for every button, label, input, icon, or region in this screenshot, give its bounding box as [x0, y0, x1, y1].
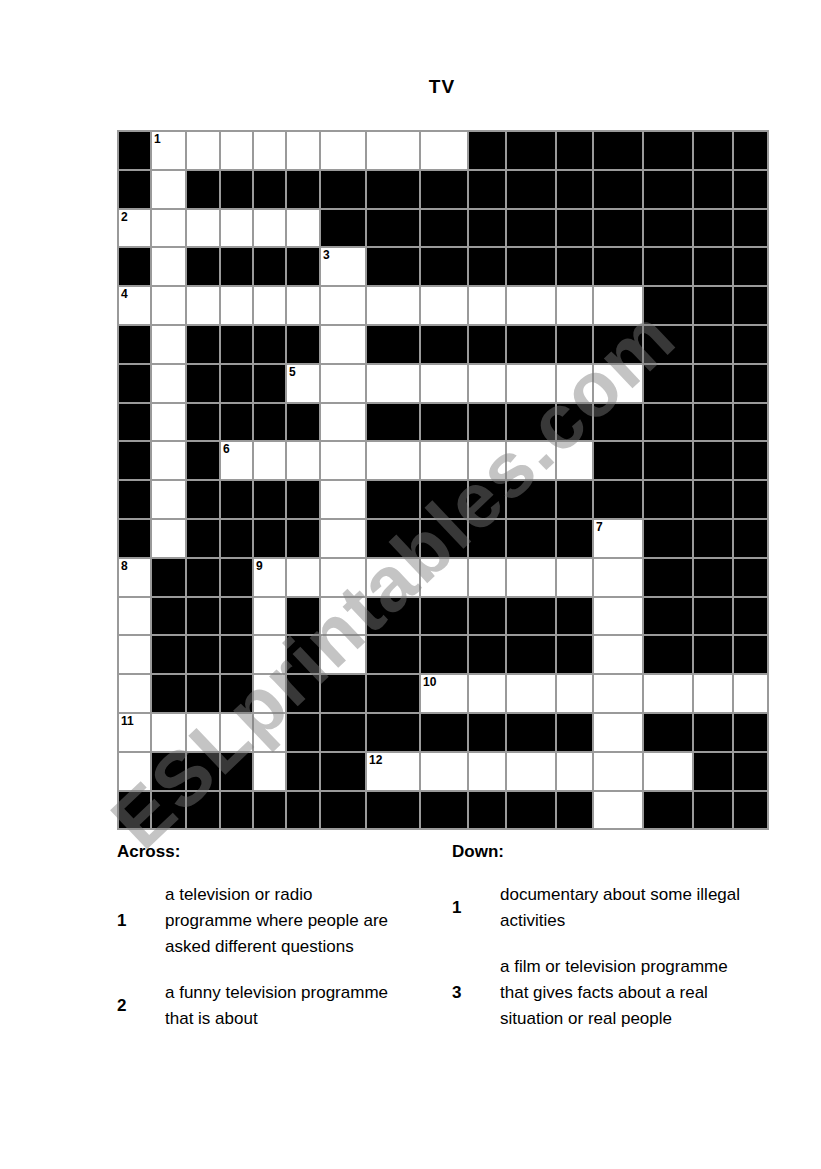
clue-number: 8	[121, 559, 128, 573]
black-cell	[287, 520, 319, 557]
puzzle-title: TV	[117, 76, 767, 98]
white-cell[interactable]	[594, 365, 642, 402]
black-cell	[152, 675, 185, 712]
white-cell[interactable]	[321, 442, 365, 479]
black-cell	[187, 559, 219, 596]
white-cell[interactable]	[152, 287, 185, 324]
black-cell	[694, 132, 732, 169]
clue-number: 3	[323, 248, 330, 262]
clue-number: 11	[121, 714, 134, 728]
white-cell[interactable]	[254, 675, 285, 712]
white-cell[interactable]: 9	[254, 559, 285, 596]
white-cell[interactable]	[254, 132, 285, 169]
black-cell	[421, 598, 467, 635]
black-cell	[119, 248, 150, 285]
black-cell	[187, 598, 219, 635]
black-cell	[254, 481, 285, 518]
black-cell	[221, 404, 252, 441]
clue-number: 12	[369, 753, 382, 767]
black-cell	[557, 598, 592, 635]
black-cell	[152, 753, 185, 790]
black-cell	[221, 559, 252, 596]
black-cell	[644, 132, 692, 169]
black-cell	[507, 210, 555, 247]
black-cell	[187, 753, 219, 790]
white-cell[interactable]	[287, 287, 319, 324]
black-cell	[734, 326, 767, 363]
black-cell	[221, 753, 252, 790]
white-cell[interactable]	[321, 326, 365, 363]
black-cell	[287, 598, 319, 635]
white-cell[interactable]: 4	[119, 287, 150, 324]
white-cell[interactable]	[152, 326, 185, 363]
white-cell[interactable]	[367, 365, 419, 402]
black-cell	[507, 171, 555, 208]
black-cell	[119, 442, 150, 479]
white-cell[interactable]: 7	[594, 520, 642, 557]
black-cell	[734, 210, 767, 247]
black-cell	[507, 714, 555, 751]
black-cell	[254, 326, 285, 363]
white-cell[interactable]	[187, 714, 219, 751]
black-cell	[694, 248, 732, 285]
white-cell[interactable]	[287, 442, 319, 479]
white-cell[interactable]	[694, 675, 732, 712]
black-cell	[367, 481, 419, 518]
white-cell[interactable]	[321, 481, 365, 518]
black-cell	[421, 404, 467, 441]
black-cell	[287, 481, 319, 518]
white-cell[interactable]	[287, 559, 319, 596]
white-cell[interactable]	[221, 132, 252, 169]
white-cell[interactable]: 5	[287, 365, 319, 402]
white-cell[interactable]	[254, 287, 285, 324]
white-cell[interactable]	[557, 753, 592, 790]
white-cell[interactable]	[254, 714, 285, 751]
clue-row: 2a funny television programme that is ab…	[117, 980, 437, 1032]
white-cell[interactable]	[557, 442, 592, 479]
white-cell[interactable]	[469, 753, 505, 790]
white-cell[interactable]	[469, 287, 505, 324]
white-cell[interactable]	[152, 442, 185, 479]
black-cell	[469, 714, 505, 751]
white-cell[interactable]: 10	[421, 675, 467, 712]
white-cell[interactable]	[507, 365, 555, 402]
black-cell	[694, 559, 732, 596]
black-cell	[507, 481, 555, 518]
white-cell[interactable]	[594, 675, 642, 712]
white-cell[interactable]: 1	[152, 132, 185, 169]
white-cell[interactable]	[469, 559, 505, 596]
black-cell	[594, 248, 642, 285]
black-cell	[469, 481, 505, 518]
black-cell	[287, 404, 319, 441]
white-cell[interactable]: 11	[119, 714, 150, 751]
black-cell	[221, 598, 252, 635]
white-cell[interactable]	[287, 132, 319, 169]
black-cell	[694, 792, 732, 829]
white-cell[interactable]	[421, 365, 467, 402]
black-cell	[152, 559, 185, 596]
black-cell	[644, 365, 692, 402]
black-cell	[221, 365, 252, 402]
black-cell	[421, 792, 467, 829]
black-cell	[187, 442, 219, 479]
black-cell	[694, 171, 732, 208]
black-cell	[507, 520, 555, 557]
black-cell	[119, 481, 150, 518]
white-cell[interactable]	[421, 287, 467, 324]
black-cell	[287, 792, 319, 829]
black-cell	[287, 714, 319, 751]
black-cell	[594, 442, 642, 479]
black-cell	[734, 792, 767, 829]
black-cell	[469, 248, 505, 285]
white-cell[interactable]	[469, 675, 505, 712]
down-clues-section: Down: 1documentary about some illegal ac…	[452, 842, 772, 1052]
black-cell	[367, 404, 419, 441]
black-cell	[321, 210, 365, 247]
black-cell	[187, 248, 219, 285]
black-cell	[119, 792, 150, 829]
black-cell	[734, 404, 767, 441]
white-cell[interactable]	[421, 132, 467, 169]
black-cell	[644, 636, 692, 673]
black-cell	[594, 404, 642, 441]
white-cell[interactable]	[469, 365, 505, 402]
white-cell[interactable]	[557, 559, 592, 596]
black-cell	[557, 481, 592, 518]
black-cell	[469, 210, 505, 247]
black-cell	[221, 792, 252, 829]
black-cell	[321, 753, 365, 790]
black-cell	[644, 520, 692, 557]
black-cell	[187, 171, 219, 208]
white-cell[interactable]	[557, 287, 592, 324]
black-cell	[254, 520, 285, 557]
black-cell	[321, 171, 365, 208]
black-cell	[421, 326, 467, 363]
black-cell	[152, 598, 185, 635]
black-cell	[644, 481, 692, 518]
clue-text: a funny television programme that is abo…	[165, 980, 397, 1032]
across-header: Across:	[117, 842, 437, 862]
black-cell	[421, 171, 467, 208]
white-cell[interactable]	[594, 559, 642, 596]
black-cell	[469, 792, 505, 829]
white-cell[interactable]	[594, 287, 642, 324]
white-cell[interactable]	[321, 287, 365, 324]
white-cell[interactable]	[321, 559, 365, 596]
black-cell	[221, 636, 252, 673]
black-cell	[644, 404, 692, 441]
black-cell	[221, 520, 252, 557]
white-cell[interactable]	[321, 520, 365, 557]
white-cell[interactable]	[421, 442, 467, 479]
black-cell	[694, 442, 732, 479]
white-cell[interactable]: 3	[321, 248, 365, 285]
clue-row: 1a television or radio programme where p…	[117, 882, 437, 960]
black-cell	[469, 520, 505, 557]
black-cell	[644, 171, 692, 208]
black-cell	[119, 132, 150, 169]
black-cell	[367, 248, 419, 285]
black-cell	[507, 132, 555, 169]
black-cell	[557, 714, 592, 751]
white-cell[interactable]	[221, 287, 252, 324]
clue-number: 4	[121, 287, 128, 301]
clue-number: 5	[289, 365, 296, 379]
black-cell	[734, 520, 767, 557]
black-cell	[119, 365, 150, 402]
white-cell[interactable]	[152, 248, 185, 285]
black-cell	[367, 520, 419, 557]
white-cell[interactable]	[367, 132, 419, 169]
black-cell	[187, 675, 219, 712]
black-cell	[287, 248, 319, 285]
black-cell	[119, 404, 150, 441]
black-cell	[254, 248, 285, 285]
black-cell	[254, 792, 285, 829]
black-cell	[644, 714, 692, 751]
white-cell[interactable]	[321, 598, 365, 635]
white-cell[interactable]	[152, 714, 185, 751]
white-cell[interactable]	[594, 792, 642, 829]
white-cell[interactable]	[507, 559, 555, 596]
black-cell	[187, 481, 219, 518]
white-cell[interactable]	[152, 210, 185, 247]
white-cell[interactable]	[507, 675, 555, 712]
white-cell[interactable]	[321, 132, 365, 169]
black-cell	[644, 326, 692, 363]
black-cell	[694, 753, 732, 790]
black-cell	[507, 792, 555, 829]
white-cell[interactable]	[469, 442, 505, 479]
black-cell	[594, 210, 642, 247]
black-cell	[367, 598, 419, 635]
white-cell[interactable]	[119, 675, 150, 712]
black-cell	[152, 636, 185, 673]
white-cell[interactable]	[254, 210, 285, 247]
white-cell[interactable]	[254, 442, 285, 479]
down-clues-list: 1documentary about some illegal activiti…	[452, 882, 772, 1032]
clue-text: documentary about some illegal activitie…	[500, 882, 752, 934]
white-cell[interactable]	[152, 171, 185, 208]
black-cell	[734, 248, 767, 285]
black-cell	[594, 132, 642, 169]
black-cell	[644, 442, 692, 479]
white-cell[interactable]	[594, 753, 642, 790]
black-cell	[119, 520, 150, 557]
black-cell	[367, 210, 419, 247]
white-cell[interactable]	[321, 404, 365, 441]
white-cell[interactable]	[254, 598, 285, 635]
black-cell	[469, 636, 505, 673]
white-cell[interactable]	[367, 559, 419, 596]
down-header: Down:	[452, 842, 772, 862]
black-cell	[507, 598, 555, 635]
black-cell	[594, 326, 642, 363]
black-cell	[694, 481, 732, 518]
white-cell[interactable]	[152, 520, 185, 557]
black-cell	[421, 636, 467, 673]
white-cell[interactable]	[152, 481, 185, 518]
black-cell	[557, 132, 592, 169]
black-cell	[321, 714, 365, 751]
black-cell	[694, 636, 732, 673]
white-cell[interactable]	[321, 636, 365, 673]
white-cell[interactable]	[152, 404, 185, 441]
white-cell[interactable]	[254, 636, 285, 673]
black-cell	[469, 171, 505, 208]
clue-text: a television or radio programme where pe…	[165, 882, 397, 960]
across-clues-section: Across: 1a television or radio programme…	[117, 842, 437, 1052]
white-cell[interactable]	[557, 675, 592, 712]
black-cell	[734, 287, 767, 324]
black-cell	[557, 171, 592, 208]
black-cell	[367, 714, 419, 751]
black-cell	[694, 520, 732, 557]
white-cell[interactable]	[367, 287, 419, 324]
black-cell	[469, 132, 505, 169]
clue-row: 1documentary about some illegal activiti…	[452, 882, 772, 934]
black-cell	[367, 792, 419, 829]
black-cell	[221, 248, 252, 285]
black-cell	[367, 171, 419, 208]
black-cell	[187, 636, 219, 673]
white-cell[interactable]	[187, 287, 219, 324]
black-cell	[254, 404, 285, 441]
white-cell[interactable]	[321, 365, 365, 402]
black-cell	[321, 792, 365, 829]
clue-list-number: 1	[452, 898, 500, 918]
white-cell[interactable]	[119, 753, 150, 790]
black-cell	[734, 132, 767, 169]
black-cell	[734, 365, 767, 402]
white-cell[interactable]: 8	[119, 559, 150, 596]
black-cell	[221, 481, 252, 518]
black-cell	[557, 248, 592, 285]
black-cell	[694, 287, 732, 324]
black-cell	[557, 210, 592, 247]
black-cell	[187, 792, 219, 829]
black-cell	[421, 210, 467, 247]
white-cell[interactable]	[187, 210, 219, 247]
black-cell	[287, 326, 319, 363]
black-cell	[644, 598, 692, 635]
black-cell	[557, 404, 592, 441]
black-cell	[694, 598, 732, 635]
black-cell	[221, 675, 252, 712]
white-cell[interactable]	[557, 365, 592, 402]
white-cell[interactable]	[119, 598, 150, 635]
white-cell[interactable]	[152, 365, 185, 402]
clue-list-number: 3	[452, 983, 500, 1003]
clue-number: 2	[121, 210, 128, 224]
black-cell	[221, 326, 252, 363]
black-cell	[644, 287, 692, 324]
black-cell	[254, 171, 285, 208]
black-cell	[557, 326, 592, 363]
clue-list-number: 2	[117, 996, 165, 1016]
white-cell[interactable]	[187, 132, 219, 169]
black-cell	[644, 559, 692, 596]
white-cell[interactable]	[507, 753, 555, 790]
black-cell	[187, 365, 219, 402]
black-cell	[694, 404, 732, 441]
white-cell[interactable]	[507, 442, 555, 479]
black-cell	[469, 326, 505, 363]
clue-number: 1	[154, 132, 161, 146]
black-cell	[187, 326, 219, 363]
black-cell	[119, 326, 150, 363]
black-cell	[557, 636, 592, 673]
white-cell[interactable]	[644, 753, 692, 790]
black-cell	[594, 481, 642, 518]
worksheet-page: TV 123456789101112 ESLprintables.com Acr…	[0, 0, 821, 1169]
black-cell	[287, 675, 319, 712]
white-cell[interactable]	[254, 753, 285, 790]
black-cell	[187, 520, 219, 557]
black-cell	[507, 636, 555, 673]
black-cell	[694, 365, 732, 402]
white-cell[interactable]	[594, 598, 642, 635]
black-cell	[287, 753, 319, 790]
black-cell	[594, 171, 642, 208]
white-cell[interactable]	[734, 675, 767, 712]
black-cell	[421, 520, 467, 557]
black-cell	[187, 404, 219, 441]
black-cell	[287, 171, 319, 208]
black-cell	[734, 171, 767, 208]
white-cell[interactable]	[644, 675, 692, 712]
white-cell[interactable]	[221, 210, 252, 247]
white-cell[interactable]	[287, 210, 319, 247]
black-cell	[694, 210, 732, 247]
white-cell[interactable]	[594, 636, 642, 673]
black-cell	[734, 714, 767, 751]
black-cell	[734, 481, 767, 518]
white-cell[interactable]: 6	[221, 442, 252, 479]
white-cell[interactable]	[221, 714, 252, 751]
white-cell[interactable]	[421, 559, 467, 596]
black-cell	[367, 636, 419, 673]
black-cell	[421, 248, 467, 285]
white-cell[interactable]	[367, 442, 419, 479]
clue-number: 10	[423, 675, 436, 689]
across-clues-list: 1a television or radio programme where p…	[117, 882, 437, 1032]
black-cell	[421, 481, 467, 518]
white-cell[interactable]: 12	[367, 753, 419, 790]
clue-number: 6	[223, 442, 230, 456]
white-cell[interactable]	[421, 753, 467, 790]
white-cell[interactable]: 2	[119, 210, 150, 247]
black-cell	[221, 171, 252, 208]
black-cell	[119, 171, 150, 208]
black-cell	[469, 404, 505, 441]
clue-row: 3a film or television programme that giv…	[452, 954, 772, 1032]
black-cell	[694, 326, 732, 363]
black-cell	[321, 675, 365, 712]
black-cell	[644, 248, 692, 285]
white-cell[interactable]	[119, 636, 150, 673]
black-cell	[507, 248, 555, 285]
black-cell	[734, 559, 767, 596]
white-cell[interactable]	[507, 287, 555, 324]
white-cell[interactable]	[594, 714, 642, 751]
clue-number: 9	[256, 559, 263, 573]
black-cell	[469, 598, 505, 635]
